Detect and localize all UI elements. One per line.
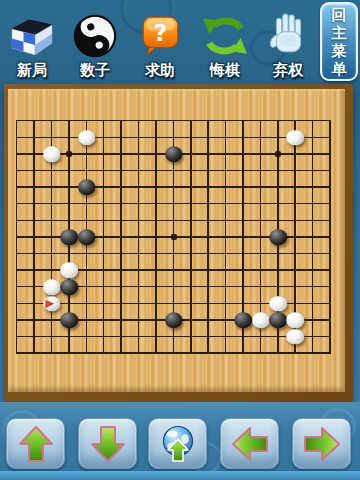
arrow-left-icon	[230, 424, 270, 464]
black-stone	[60, 279, 78, 295]
black-stone	[78, 180, 96, 196]
white-stone	[78, 130, 96, 146]
pass-button[interactable]: 弃权	[258, 2, 318, 80]
scroll-down-button[interactable]	[78, 418, 137, 469]
last-move-marker	[45, 299, 54, 308]
white-stone	[269, 296, 287, 312]
star-point	[275, 151, 281, 157]
black-stone	[165, 146, 183, 162]
pass-label: 弃权	[273, 60, 303, 80]
black-stone	[60, 229, 78, 245]
arrow-right-icon	[302, 424, 342, 464]
board-overview-button[interactable]	[148, 418, 207, 469]
black-stone	[60, 312, 78, 328]
hand-icon	[267, 12, 309, 60]
black-stone	[269, 229, 287, 245]
main-menu-label: 回主菜单	[331, 6, 347, 78]
white-stone	[287, 329, 305, 345]
top-toolbar: 新局 数子	[0, 0, 360, 84]
white-stone	[287, 130, 305, 146]
white-stone	[252, 312, 270, 328]
scroll-left-button[interactable]	[220, 418, 279, 469]
arrow-up-icon	[16, 424, 56, 464]
bottom-toolbar	[0, 402, 360, 480]
scroll-right-button[interactable]	[292, 418, 351, 469]
main-menu-button[interactable]: 回主菜单	[320, 2, 358, 81]
black-stone	[165, 312, 183, 328]
black-stone	[78, 229, 96, 245]
go-board	[4, 84, 353, 402]
yinyang-icon	[72, 12, 118, 60]
undo-label: 悔棋	[210, 60, 240, 80]
star-point	[171, 234, 177, 240]
globe-up-arrow-icon	[158, 424, 198, 464]
board-wood	[8, 89, 345, 392]
new-game-button[interactable]: 新局	[2, 2, 62, 80]
box-icon	[9, 12, 55, 60]
undo-button[interactable]: 悔棋	[195, 2, 255, 80]
bottom-edge-strip	[0, 471, 360, 480]
help-button[interactable]: ? 求助	[130, 2, 190, 80]
recycle-arrows-icon	[201, 12, 249, 60]
help-label: 求助	[145, 60, 175, 80]
count-stones-label: 数子	[80, 60, 110, 80]
white-stone	[60, 263, 78, 279]
black-stone	[269, 312, 287, 328]
black-stone	[234, 312, 252, 328]
count-stones-button[interactable]: 数子	[65, 2, 125, 80]
white-stone	[43, 146, 61, 162]
question-bubble-icon: ?	[139, 12, 181, 60]
white-stone	[43, 279, 61, 295]
arrow-down-icon	[88, 424, 128, 464]
svg-text:?: ?	[154, 20, 167, 46]
star-point	[66, 151, 72, 157]
white-stone	[43, 296, 61, 312]
scroll-up-button[interactable]	[6, 418, 65, 469]
white-stone	[287, 312, 305, 328]
app-screen: { "app": { "title_hint": "Chinese Go (we…	[0, 0, 360, 480]
new-game-label: 新局	[17, 60, 47, 80]
